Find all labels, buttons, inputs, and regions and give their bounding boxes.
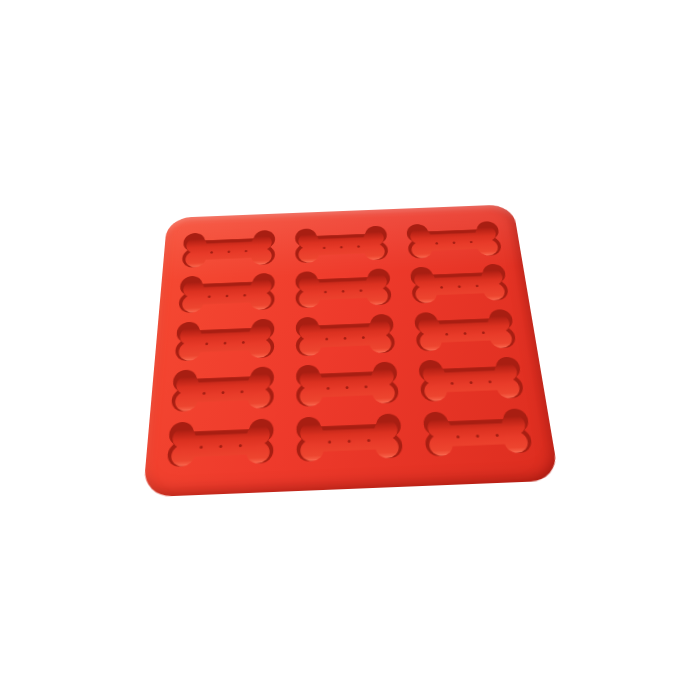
bone-cavity [414,355,529,404]
bone-cavity [171,316,278,362]
bone-cavity [292,411,407,464]
bone-cavity [178,228,279,269]
bone-cavity [167,365,278,415]
bone-cavity [410,307,521,353]
bone-cavity [292,224,393,265]
bone-cavity [292,360,403,409]
bone-cavity [406,262,513,305]
product-photo [0,0,700,700]
bone-cavity [419,406,538,459]
cavity-grid [143,204,560,497]
bone-cavity [174,271,278,315]
bone-cavity [402,219,506,260]
bone-cavity [162,416,277,469]
bone-cavity [292,312,399,358]
mold-mat [143,204,560,497]
bone-cavity [292,266,396,310]
